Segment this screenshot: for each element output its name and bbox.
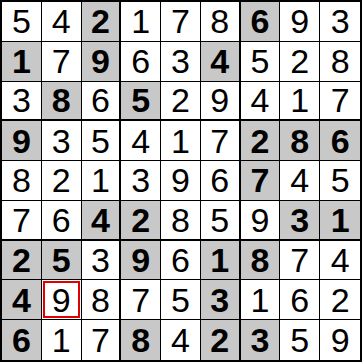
solved-digit: 6 bbox=[171, 243, 190, 277]
cell-r6c7[interactable]: 9 bbox=[241, 201, 281, 241]
cell-r8c4[interactable]: 7 bbox=[121, 280, 161, 320]
cell-r2c9[interactable]: 8 bbox=[320, 42, 360, 82]
given-digit: 6 bbox=[331, 124, 350, 158]
cell-r1c4[interactable]: 1 bbox=[121, 2, 161, 42]
cell-r6c4[interactable]: 2 bbox=[121, 201, 161, 241]
cell-r8c5[interactable]: 5 bbox=[161, 280, 201, 320]
cell-r1c7[interactable]: 6 bbox=[241, 2, 281, 42]
solved-digit: 2 bbox=[290, 44, 309, 78]
solved-digit: 5 bbox=[91, 124, 110, 158]
given-digit: 9 bbox=[131, 243, 150, 277]
solved-digit: 5 bbox=[171, 283, 190, 317]
cell-r3c2[interactable]: 8 bbox=[42, 82, 82, 122]
solved-digit: 7 bbox=[12, 203, 31, 237]
cell-r8c1[interactable]: 4 bbox=[2, 280, 42, 320]
cell-r4c2[interactable]: 3 bbox=[42, 121, 82, 161]
cell-r9c4[interactable]: 8 bbox=[121, 320, 161, 360]
cell-r1c6[interactable]: 8 bbox=[201, 2, 241, 42]
cell-r8c3[interactable]: 8 bbox=[82, 280, 122, 320]
given-digit: 3 bbox=[210, 283, 229, 317]
solved-digit: 1 bbox=[131, 4, 150, 38]
cell-r4c1[interactable]: 9 bbox=[2, 121, 42, 161]
given-digit: 5 bbox=[52, 243, 71, 277]
solved-digit: 7 bbox=[131, 283, 150, 317]
cell-r2c6[interactable]: 4 bbox=[201, 42, 241, 82]
cell-r9c9[interactable]: 9 bbox=[320, 320, 360, 360]
cell-r7c7[interactable]: 8 bbox=[241, 241, 281, 281]
given-digit: 8 bbox=[52, 83, 71, 117]
cell-r1c8[interactable]: 9 bbox=[280, 2, 320, 42]
cell-r5c9[interactable]: 5 bbox=[320, 161, 360, 201]
solved-digit: 8 bbox=[12, 163, 31, 197]
cell-r9c2[interactable]: 1 bbox=[42, 320, 82, 360]
cell-r7c6[interactable]: 1 bbox=[201, 241, 241, 281]
cell-r6c3[interactable]: 4 bbox=[82, 201, 122, 241]
solved-digit: 2 bbox=[171, 83, 190, 117]
cell-r2c2[interactable]: 7 bbox=[42, 42, 82, 82]
solved-digit: 8 bbox=[331, 44, 350, 78]
solved-digit: 1 bbox=[52, 323, 71, 357]
cell-r5c1[interactable]: 8 bbox=[2, 161, 42, 201]
solved-digit: 8 bbox=[210, 4, 229, 38]
solved-digit: 2 bbox=[331, 283, 350, 317]
cell-r4c3[interactable]: 5 bbox=[82, 121, 122, 161]
cell-r3c9[interactable]: 7 bbox=[320, 82, 360, 122]
solved-digit: 7 bbox=[171, 4, 190, 38]
given-digit: 4 bbox=[210, 44, 229, 78]
given-digit: 2 bbox=[12, 243, 31, 277]
cell-r9c8[interactable]: 5 bbox=[280, 320, 320, 360]
cell-r5c7[interactable]: 7 bbox=[241, 161, 281, 201]
given-digit: 9 bbox=[91, 44, 110, 78]
cell-r6c1[interactable]: 7 bbox=[2, 201, 42, 241]
solved-digit: 4 bbox=[290, 163, 309, 197]
sudoku-board: 5421786931796345283865294179354172868213… bbox=[0, 0, 362, 362]
cell-r4c8[interactable]: 8 bbox=[280, 121, 320, 161]
solved-digit: 6 bbox=[52, 203, 71, 237]
cell-r8c6[interactable]: 3 bbox=[201, 280, 241, 320]
cell-r5c2[interactable]: 2 bbox=[42, 161, 82, 201]
cell-r9c6[interactable]: 2 bbox=[201, 320, 241, 360]
given-digit: 1 bbox=[12, 44, 31, 78]
cell-r3c1[interactable]: 3 bbox=[2, 82, 42, 122]
cell-r3c6[interactable]: 9 bbox=[201, 82, 241, 122]
cell-r5c4[interactable]: 3 bbox=[121, 161, 161, 201]
solved-digit: 9 bbox=[290, 4, 309, 38]
solved-digit: 6 bbox=[131, 44, 150, 78]
cell-r4c5[interactable]: 1 bbox=[161, 121, 201, 161]
given-digit: 8 bbox=[251, 243, 270, 277]
solved-digit: 8 bbox=[91, 283, 110, 317]
solved-digit: 7 bbox=[290, 243, 309, 277]
solved-digit: 4 bbox=[331, 243, 350, 277]
solved-digit: 9 bbox=[251, 203, 270, 237]
given-digit: 2 bbox=[210, 323, 229, 357]
given-digit: 2 bbox=[131, 203, 150, 237]
cell-r2c1[interactable]: 1 bbox=[2, 42, 42, 82]
cell-r7c5[interactable]: 6 bbox=[161, 241, 201, 281]
cell-r8c2[interactable]: 9 bbox=[42, 280, 82, 320]
given-digit: 5 bbox=[131, 83, 150, 117]
cell-r7c4[interactable]: 9 bbox=[121, 241, 161, 281]
cell-r7c8[interactable]: 7 bbox=[280, 241, 320, 281]
given-digit: 7 bbox=[251, 163, 270, 197]
cell-r2c4[interactable]: 6 bbox=[121, 42, 161, 82]
cell-r5c5[interactable]: 9 bbox=[161, 161, 201, 201]
given-digit: 1 bbox=[210, 243, 229, 277]
given-digit: 6 bbox=[251, 4, 270, 38]
cell-r6c5[interactable]: 8 bbox=[161, 201, 201, 241]
cell-r8c7[interactable]: 1 bbox=[241, 280, 281, 320]
cell-r4c7[interactable]: 2 bbox=[241, 121, 281, 161]
given-digit: 4 bbox=[91, 203, 110, 237]
cell-r8c9[interactable]: 2 bbox=[320, 280, 360, 320]
solved-digit: 5 bbox=[210, 203, 229, 237]
cell-r1c2[interactable]: 4 bbox=[42, 2, 82, 42]
solved-digit: 3 bbox=[91, 243, 110, 277]
cell-r7c9[interactable]: 4 bbox=[320, 241, 360, 281]
solved-digit: 6 bbox=[91, 83, 110, 117]
solved-digit: 3 bbox=[52, 124, 71, 158]
given-digit: 3 bbox=[251, 323, 270, 357]
cell-r2c7[interactable]: 5 bbox=[241, 42, 281, 82]
solved-digit: 4 bbox=[52, 4, 71, 38]
cell-r9c5[interactable]: 4 bbox=[161, 320, 201, 360]
cell-r7c2[interactable]: 5 bbox=[42, 241, 82, 281]
cell-r6c6[interactable]: 5 bbox=[201, 201, 241, 241]
solved-digit: 6 bbox=[290, 283, 309, 317]
cell-r2c3[interactable]: 9 bbox=[82, 42, 122, 82]
given-digit: 6 bbox=[12, 323, 31, 357]
solved-digit: 5 bbox=[290, 323, 309, 357]
solved-digit: 2 bbox=[52, 163, 71, 197]
solved-digit: 5 bbox=[331, 163, 350, 197]
cell-r1c3[interactable]: 2 bbox=[82, 2, 122, 42]
cell-r3c7[interactable]: 4 bbox=[241, 82, 281, 122]
cell-r5c6[interactable]: 6 bbox=[201, 161, 241, 201]
solved-digit: 3 bbox=[171, 44, 190, 78]
cell-r6c8[interactable]: 3 bbox=[280, 201, 320, 241]
cell-r7c3[interactable]: 3 bbox=[82, 241, 122, 281]
cell-r2c8[interactable]: 2 bbox=[280, 42, 320, 82]
given-digit: 3 bbox=[290, 203, 309, 237]
cell-r4c6[interactable]: 7 bbox=[201, 121, 241, 161]
cell-r9c7[interactable]: 3 bbox=[241, 320, 281, 360]
solved-digit: 4 bbox=[131, 124, 150, 158]
solved-digit: 1 bbox=[91, 163, 110, 197]
solved-digit: 4 bbox=[171, 323, 190, 357]
solved-digit: 7 bbox=[91, 323, 110, 357]
solved-digit: 9 bbox=[210, 83, 229, 117]
cell-r8c8[interactable]: 6 bbox=[280, 280, 320, 320]
solved-digit: 8 bbox=[171, 203, 190, 237]
cell-r6c2[interactable]: 6 bbox=[42, 201, 82, 241]
solved-digit: 9 bbox=[331, 323, 350, 357]
cell-r1c5[interactable]: 7 bbox=[161, 2, 201, 42]
solved-digit: 4 bbox=[251, 83, 270, 117]
solved-digit: 3 bbox=[331, 4, 350, 38]
solved-digit: 1 bbox=[251, 283, 270, 317]
cell-r9c1[interactable]: 6 bbox=[2, 320, 42, 360]
cell-r4c4[interactable]: 4 bbox=[121, 121, 161, 161]
cell-r1c1[interactable]: 5 bbox=[2, 2, 42, 42]
given-digit: 8 bbox=[131, 323, 150, 357]
cell-r1c9[interactable]: 3 bbox=[320, 2, 360, 42]
cell-r9c3[interactable]: 7 bbox=[82, 320, 122, 360]
given-digit: 9 bbox=[12, 124, 31, 158]
cell-r3c5[interactable]: 2 bbox=[161, 82, 201, 122]
cell-r7c1[interactable]: 2 bbox=[2, 241, 42, 281]
cell-r3c8[interactable]: 1 bbox=[280, 82, 320, 122]
solved-digit: 3 bbox=[12, 83, 31, 117]
given-digit: 2 bbox=[91, 4, 110, 38]
solved-digit: 5 bbox=[12, 4, 31, 38]
cell-r5c3[interactable]: 1 bbox=[82, 161, 122, 201]
given-digit: 4 bbox=[12, 283, 31, 317]
cell-r3c4[interactable]: 5 bbox=[121, 82, 161, 122]
solved-digit: 7 bbox=[52, 44, 71, 78]
cell-r6c9[interactable]: 1 bbox=[320, 201, 360, 241]
solved-digit: 3 bbox=[131, 163, 150, 197]
solved-digit: 1 bbox=[171, 124, 190, 158]
solved-digit: 7 bbox=[331, 83, 350, 117]
cell-r3c3[interactable]: 6 bbox=[82, 82, 122, 122]
cell-r5c8[interactable]: 4 bbox=[280, 161, 320, 201]
solved-digit: 9 bbox=[171, 163, 190, 197]
solved-digit: 6 bbox=[210, 163, 229, 197]
cell-r4c9[interactable]: 6 bbox=[320, 121, 360, 161]
solved-digit: 7 bbox=[210, 124, 229, 158]
given-digit: 8 bbox=[290, 124, 309, 158]
cell-r2c5[interactable]: 3 bbox=[161, 42, 201, 82]
solved-digit: 5 bbox=[251, 44, 270, 78]
given-digit: 2 bbox=[251, 124, 270, 158]
given-digit: 1 bbox=[331, 203, 350, 237]
solved-digit: 1 bbox=[290, 83, 309, 117]
solved-digit: 9 bbox=[52, 283, 71, 317]
